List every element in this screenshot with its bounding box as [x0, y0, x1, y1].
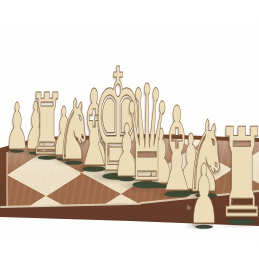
white-rook-a1: ♜ — [217, 125, 259, 224]
pieces-layer: ♟♟♜♟♞♟♝♚♟♟♛♟♝♞♜♟ — [0, 0, 259, 259]
chess-set-product-photo: ba ♟♟♜♟♞♟♝♚♟♟♛♟♝♞♜♟ — [0, 0, 259, 259]
white-pawn-a2: ♟ — [189, 162, 220, 228]
